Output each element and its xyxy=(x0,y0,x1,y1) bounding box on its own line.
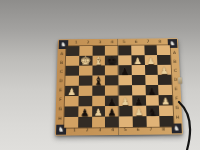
cable xyxy=(0,0,200,150)
cable-line xyxy=(179,102,190,150)
photo-background: ♞ ♞ ♞ ♞ 12345678 12345678 ABCDEFGH ABCDE… xyxy=(0,0,200,150)
